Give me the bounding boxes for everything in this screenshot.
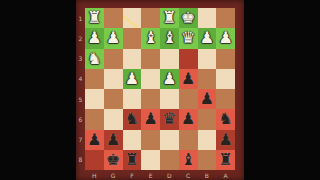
- square-d7[interactable]: [160, 130, 179, 150]
- rank-label: 2: [76, 28, 85, 48]
- square-f7[interactable]: [123, 130, 142, 150]
- square-e2[interactable]: ♝: [141, 28, 160, 48]
- square-g4[interactable]: [104, 69, 123, 89]
- square-h8[interactable]: [85, 150, 104, 170]
- square-c2[interactable]: ♛: [179, 28, 198, 48]
- square-c6[interactable]: ♟: [179, 109, 198, 129]
- square-b2[interactable]: ♟: [198, 28, 217, 48]
- square-f1[interactable]: [123, 8, 142, 28]
- square-e3[interactable]: [141, 49, 160, 69]
- rank-label: 5: [76, 89, 85, 109]
- square-c7[interactable]: [179, 130, 198, 150]
- square-b8[interactable]: [198, 150, 217, 170]
- file-label: D: [160, 170, 179, 180]
- file-labels: HGFEDCBA: [85, 170, 235, 180]
- square-a2[interactable]: ♟: [216, 28, 235, 48]
- square-h6[interactable]: [85, 109, 104, 129]
- square-c1[interactable]: ♚: [179, 8, 198, 28]
- white-pawn-f4[interactable]: ♟: [125, 69, 139, 89]
- square-e6[interactable]: ♟: [141, 109, 160, 129]
- square-b5[interactable]: ♟: [198, 89, 217, 109]
- square-c4[interactable]: ♟: [179, 69, 198, 89]
- square-f6[interactable]: ♞: [123, 109, 142, 129]
- square-h7[interactable]: ♟: [85, 130, 104, 150]
- rank-label: 7: [76, 130, 85, 150]
- square-h3[interactable]: ♞: [85, 49, 104, 69]
- rank-label: 1: [76, 8, 85, 28]
- board-frame: 12345678 HGFEDCBA ♜♜♚♟♟♝♝♛♟♟♞♟♟♟♟♞♟♛♟♞♟♟…: [76, 0, 244, 180]
- black-bishop-c8[interactable]: ♝: [181, 150, 195, 170]
- square-g5[interactable]: [104, 89, 123, 109]
- square-e8[interactable]: [141, 150, 160, 170]
- square-b1[interactable]: [198, 8, 217, 28]
- white-pawn-b2[interactable]: ♟: [200, 28, 214, 48]
- square-a5[interactable]: [216, 89, 235, 109]
- black-queen-d6[interactable]: ♛: [162, 109, 176, 129]
- white-knight-h3[interactable]: ♞: [87, 49, 101, 69]
- arrow-mark: [123, 12, 139, 29]
- square-b7[interactable]: [198, 130, 217, 150]
- square-e1[interactable]: [141, 8, 160, 28]
- square-f4[interactable]: ♟: [123, 69, 142, 89]
- black-pawn-a7[interactable]: ♟: [218, 130, 232, 150]
- rank-label: 8: [76, 150, 85, 170]
- square-e5[interactable]: [141, 89, 160, 109]
- square-d5[interactable]: [160, 89, 179, 109]
- square-g8[interactable]: ♚: [104, 150, 123, 170]
- file-label: C: [179, 170, 198, 180]
- file-label: F: [123, 170, 142, 180]
- square-a1[interactable]: [216, 8, 235, 28]
- square-h1[interactable]: ♜: [85, 8, 104, 28]
- black-pawn-c4[interactable]: ♟: [181, 69, 195, 89]
- black-knight-f6[interactable]: ♞: [125, 109, 139, 129]
- square-a7[interactable]: ♟: [216, 130, 235, 150]
- file-label: A: [216, 170, 235, 180]
- square-g1[interactable]: [104, 8, 123, 28]
- square-g3[interactable]: [104, 49, 123, 69]
- white-queen-c2[interactable]: ♛: [181, 28, 195, 48]
- white-pawn-h2[interactable]: ♟: [87, 28, 101, 48]
- square-g7[interactable]: ♟: [104, 130, 123, 150]
- black-pawn-e6[interactable]: ♟: [143, 109, 157, 129]
- square-b3[interactable]: [198, 49, 217, 69]
- chess-board: ♜♜♚♟♟♝♝♛♟♟♞♟♟♟♟♞♟♛♟♞♟♟♟♚♜♝♜: [85, 8, 235, 170]
- square-h5[interactable]: [85, 89, 104, 109]
- square-e4[interactable]: [141, 69, 160, 89]
- square-b6[interactable]: [198, 109, 217, 129]
- square-d8[interactable]: [160, 150, 179, 170]
- square-a8[interactable]: ♜: [216, 150, 235, 170]
- square-c3[interactable]: [179, 49, 198, 69]
- square-f8[interactable]: ♜: [123, 150, 142, 170]
- square-f5[interactable]: [123, 89, 142, 109]
- square-a3[interactable]: [216, 49, 235, 69]
- black-pawn-c6[interactable]: ♟: [181, 109, 195, 129]
- square-d6[interactable]: ♛: [160, 109, 179, 129]
- square-a6[interactable]: ♞: [216, 109, 235, 129]
- file-label: H: [85, 170, 104, 180]
- white-pawn-d4[interactable]: ♟: [162, 69, 176, 89]
- square-h2[interactable]: ♟: [85, 28, 104, 48]
- white-rook-d1[interactable]: ♜: [162, 8, 176, 28]
- white-pawn-g2[interactable]: ♟: [106, 28, 120, 48]
- file-label: B: [198, 170, 217, 180]
- rank-label: 4: [76, 69, 85, 89]
- square-d4[interactable]: ♟: [160, 69, 179, 89]
- black-king-g8[interactable]: ♚: [106, 150, 120, 170]
- file-label: E: [141, 170, 160, 180]
- square-e7[interactable]: [141, 130, 160, 150]
- square-f3[interactable]: [123, 49, 142, 69]
- square-d3[interactable]: [160, 49, 179, 69]
- rank-labels: 12345678: [76, 8, 85, 170]
- black-rook-a8[interactable]: ♜: [218, 150, 232, 170]
- white-bishop-e2[interactable]: ♝: [143, 28, 157, 48]
- square-b4[interactable]: [198, 69, 217, 89]
- square-a4[interactable]: [216, 69, 235, 89]
- white-king-c1[interactable]: ♚: [181, 8, 195, 28]
- square-f2[interactable]: [123, 28, 142, 48]
- square-g6[interactable]: [104, 109, 123, 129]
- square-h4[interactable]: [85, 69, 104, 89]
- black-pawn-h7[interactable]: ♟: [87, 130, 101, 150]
- square-d2[interactable]: ♝: [160, 28, 179, 48]
- rank-label: 3: [76, 49, 85, 69]
- white-rook-h1[interactable]: ♜: [87, 8, 101, 28]
- square-c8[interactable]: ♝: [179, 150, 198, 170]
- screenshot-stage: 12345678 HGFEDCBA ♜♜♚♟♟♝♝♛♟♟♞♟♟♟♟♞♟♛♟♞♟♟…: [0, 0, 320, 180]
- file-label: G: [104, 170, 123, 180]
- white-pawn-a2[interactable]: ♟: [218, 28, 232, 48]
- white-bishop-d2[interactable]: ♝: [162, 28, 176, 48]
- square-c5[interactable]: [179, 89, 198, 109]
- black-rook-f8[interactable]: ♜: [125, 150, 139, 170]
- rank-label: 6: [76, 109, 85, 129]
- square-g2[interactable]: ♟: [104, 28, 123, 48]
- black-pawn-b5[interactable]: ♟: [200, 89, 214, 109]
- square-d1[interactable]: ♜: [160, 8, 179, 28]
- black-knight-a6[interactable]: ♞: [218, 109, 232, 129]
- black-pawn-g7[interactable]: ♟: [106, 130, 120, 150]
